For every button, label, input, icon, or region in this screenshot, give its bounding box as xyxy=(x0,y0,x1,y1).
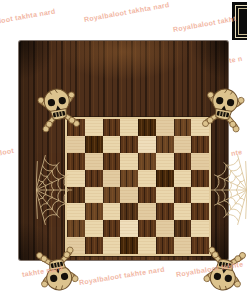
board-square-r7c2 xyxy=(85,220,103,237)
board-square-r4c8 xyxy=(191,170,209,187)
board-photo xyxy=(19,41,228,260)
board-square-r5c3 xyxy=(103,187,121,204)
board-square-r2c6 xyxy=(156,136,174,153)
board-square-r4c7 xyxy=(174,170,192,187)
skull-crossbones-top-left-icon xyxy=(31,80,85,135)
board-square-r8c7 xyxy=(174,237,192,254)
board-square-r5c6 xyxy=(156,187,174,204)
board-square-r4c5 xyxy=(138,170,156,187)
watermark-text: te n xyxy=(228,55,243,64)
board-square-r7c7 xyxy=(174,220,192,237)
board-square-r4c6 xyxy=(156,170,174,187)
board-square-r5c4 xyxy=(120,187,138,204)
watermark-text: albaloot takhta nard xyxy=(0,7,56,26)
board-square-r7c4 xyxy=(120,220,138,237)
watermark-text: Royalbaloot takhta nard xyxy=(83,1,170,23)
board-square-r2c8 xyxy=(191,136,209,153)
board-square-r7c8 xyxy=(191,220,209,237)
board-square-r5c2 xyxy=(85,187,103,204)
board-square-r8c2 xyxy=(85,237,103,254)
spiderweb-right-icon xyxy=(209,149,247,231)
board-square-r8c3 xyxy=(103,237,121,254)
board-square-r6c2 xyxy=(85,203,103,220)
board-square-r3c5 xyxy=(138,153,156,170)
skull-crossbones-top-right-icon xyxy=(197,80,247,135)
board-square-r3c2 xyxy=(85,153,103,170)
board-square-r4c3 xyxy=(103,170,121,187)
board-square-r7c5 xyxy=(138,220,156,237)
board-square-r7c6 xyxy=(156,220,174,237)
board-square-r5c5 xyxy=(138,187,156,204)
board-square-r6c8 xyxy=(191,203,209,220)
board-square-r2c3 xyxy=(103,136,121,153)
board-square-r5c7 xyxy=(174,187,192,204)
board-square-r2c4 xyxy=(120,136,138,153)
board-square-r3c4 xyxy=(120,153,138,170)
board-square-r2c5 xyxy=(138,136,156,153)
board-frame xyxy=(65,117,211,256)
board-square-r6c6 xyxy=(156,203,174,220)
watermark-text: aloot xyxy=(0,147,15,157)
board-square-r1c2 xyxy=(85,119,103,136)
board-square-r8c6 xyxy=(156,237,174,254)
board-square-r4c4 xyxy=(120,170,138,187)
board-square-r2c7 xyxy=(174,136,192,153)
board-square-r1c5 xyxy=(138,119,156,136)
chess-board xyxy=(67,119,209,254)
board-square-r6c3 xyxy=(103,203,121,220)
board-square-r4c2 xyxy=(85,170,103,187)
board-square-r3c3 xyxy=(103,153,121,170)
watermark-text: Royalbaloot takhte nard xyxy=(78,265,165,285)
board-square-r3c6 xyxy=(156,153,174,170)
board-square-r3c8 xyxy=(191,153,209,170)
watermark-text: Royalbaloot takht xyxy=(172,15,236,33)
board-square-r3c7 xyxy=(174,153,192,170)
board-square-r7c3 xyxy=(103,220,121,237)
brand-logo-inner-border xyxy=(238,8,247,35)
board-square-r2c2 xyxy=(85,136,103,153)
board-square-r8c5 xyxy=(138,237,156,254)
board-square-r1c7 xyxy=(174,119,192,136)
board-square-r6c4 xyxy=(120,203,138,220)
board-square-r1c4 xyxy=(120,119,138,136)
spiderweb-left-icon xyxy=(36,149,74,231)
board-square-r8c4 xyxy=(120,237,138,254)
board-square-r1c6 xyxy=(156,119,174,136)
board-square-r5c8 xyxy=(191,187,209,204)
board-square-r6c5 xyxy=(138,203,156,220)
board-square-r1c3 xyxy=(103,119,121,136)
board-square-r6c7 xyxy=(174,203,192,220)
